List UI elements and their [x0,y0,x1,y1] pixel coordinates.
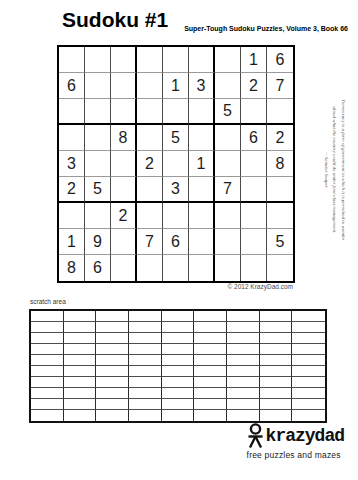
scratch-cell [31,366,64,377]
scratch-cell [31,377,64,388]
scratch-cell [96,410,129,421]
sudoku-cell-r4c2 [85,125,111,151]
sudoku-cell-r1c8: 1 [241,47,267,73]
scratch-cell [194,410,227,421]
scratch-cell [260,399,293,410]
scratch-cell [260,344,293,355]
scratch-cell [227,355,260,366]
sudoku-cell-r7c6 [189,203,215,229]
sudoku-cell-r7c1 [59,203,85,229]
scratch-cell [96,322,129,333]
sudoku-cell-r7c3: 2 [111,203,137,229]
scratch-cell [292,377,325,388]
logo-row: krazydad [247,423,344,449]
sudoku-cell-r6c1: 2 [59,177,85,203]
sudoku-cell-r4c5: 5 [163,125,189,151]
scratch-cell [194,333,227,344]
sudoku-cell-r5c3 [111,151,137,177]
scratch-cell [227,410,260,421]
sudoku-cell-r3c5 [163,99,189,125]
sudoku-cell-r8c2: 9 [85,229,111,255]
sudoku-cell-r6c2: 5 [85,177,111,203]
scratch-cell [162,355,195,366]
sudoku-cell-r5c6: 1 [189,151,215,177]
sudoku-cell-r5c1: 3 [59,151,85,177]
sudoku-cell-r5c4: 2 [137,151,163,177]
sudoku-cell-r1c7 [215,47,241,73]
scratch-cell [64,377,97,388]
scratch-cell [292,322,325,333]
sudoku-cell-r4c3: 8 [111,125,137,151]
sudoku-board: 1661327585623218253721976586 [57,45,295,283]
scratch-cell [129,322,162,333]
scratch-cell [227,344,260,355]
scratch-cell [194,399,227,410]
scratch-cell [64,366,97,377]
sudoku-cell-r1c1 [59,47,85,73]
scratch-cell [162,410,195,421]
scratch-cell [64,399,97,410]
krazydad-logo: krazydad free puzzles and mazes [247,423,344,460]
scratch-cell [64,410,97,421]
sudoku-cell-r5c8 [241,151,267,177]
scratch-cell [129,333,162,344]
sudoku-cell-r8c3 [111,229,137,255]
scratch-cell [260,333,293,344]
scratch-cell [260,366,293,377]
sudoku-cell-r4c8: 6 [241,125,267,151]
sudoku-cell-r2c6: 3 [189,73,215,99]
sudoku-cell-r4c4 [137,125,163,151]
sudoku-cell-r2c7 [215,73,241,99]
scratch-cell [96,344,129,355]
sudoku-cell-r9c6 [189,255,215,281]
sudoku-cell-r1c2 [85,47,111,73]
page-title: Sudoku #1 [62,8,168,32]
sudoku-cell-r9c9 [267,255,293,281]
sudoku-cell-r9c3 [111,255,137,281]
page-subtitle: Super-Tough Sudoku Puzzles, Volume 3, Bo… [184,25,348,32]
sudoku-cell-r7c5 [163,203,189,229]
scratch-cell [227,311,260,322]
scratch-cell [260,377,293,388]
copyright-text: © 2012 KrazyDad.com [57,283,293,290]
scratch-cell [292,311,325,322]
sudoku-cell-r6c5: 3 [163,177,189,203]
scratch-cell [129,410,162,421]
sudoku-cell-r8c9: 5 [267,229,293,255]
sudoku-cell-r9c1: 8 [59,255,85,281]
sudoku-cell-r3c3 [111,99,137,125]
scratch-cell [227,322,260,333]
krazydad-figure-icon [247,423,264,449]
scratch-cell [96,333,129,344]
scratch-cell [96,355,129,366]
sudoku-cell-r8c7 [215,229,241,255]
sudoku-cell-r9c5 [163,255,189,281]
sudoku-cell-r4c7 [215,125,241,151]
scratch-cell [64,333,97,344]
sudoku-cell-r7c7 [215,203,241,229]
scratch-cell [162,366,195,377]
scratch-cell [194,366,227,377]
sudoku-cell-r9c7 [215,255,241,281]
scratch-grid [29,309,327,423]
scratch-cell [194,377,227,388]
scratch-cell [96,388,129,399]
scratch-cell [227,388,260,399]
scratch-cell [194,311,227,322]
scratch-cell [31,344,64,355]
scratch-cell [129,366,162,377]
scratch-cell [129,388,162,399]
scratch-cell [292,399,325,410]
scratch-cell [260,355,293,366]
scratch-cell [227,377,260,388]
scratch-cell [162,388,195,399]
quote-attribution: -- Senator Soaper [321,100,330,241]
scratch-cell [96,377,129,388]
scratch-cell [31,388,64,399]
scratch-cell [260,322,293,333]
sudoku-cell-r2c5: 1 [163,73,189,99]
sudoku-cell-r8c4: 7 [137,229,163,255]
scratch-cell [227,366,260,377]
logo-tagline: free puzzles and mazes [247,450,344,460]
scratch-cell [64,311,97,322]
scratch-cell [31,410,64,421]
sudoku-cell-r2c4 [137,73,163,99]
scratch-cell [64,355,97,366]
sudoku-cell-r8c5: 6 [163,229,189,255]
sudoku-cell-r6c7: 7 [215,177,241,203]
sudoku-cell-r5c2 [85,151,111,177]
scratch-cell [292,355,325,366]
sudoku-cell-r3c9 [267,99,293,125]
scratch-cell [31,355,64,366]
sudoku-cell-r9c4 [137,255,163,281]
scratch-cell [292,366,325,377]
sudoku-cell-r4c6 [189,125,215,151]
quote-line-1: Democracy is a form of government in whi… [338,100,347,241]
sudoku-cell-r6c3 [111,177,137,203]
sudoku-cell-r2c8: 2 [241,73,267,99]
scratch-cell [129,344,162,355]
sudoku-cell-r3c1 [59,99,85,125]
sudoku-cell-r6c6 [189,177,215,203]
scratch-cell [129,377,162,388]
scratch-cell [162,344,195,355]
sudoku-cell-r7c2 [85,203,111,229]
sudoku-cell-r1c5 [163,47,189,73]
scratch-cell [292,410,325,421]
scratch-cell [162,311,195,322]
sudoku-cell-r5c7 [215,151,241,177]
logo-wordmark: krazydad [266,427,344,445]
scratch-cell [96,311,129,322]
scratch-cell [162,322,195,333]
sudoku-cell-r1c9: 6 [267,47,293,73]
margin-quote: Democracy is a form of government in whi… [321,100,347,241]
scratch-cell [260,311,293,322]
scratch-cell [162,333,195,344]
sudoku-cell-r3c6 [189,99,215,125]
sudoku-cell-r2c9: 7 [267,73,293,99]
sudoku-cell-r3c8 [241,99,267,125]
scratch-cell [31,333,64,344]
scratch-cell [162,377,195,388]
sudoku-cell-r6c8 [241,177,267,203]
sudoku-cell-r8c1: 1 [59,229,85,255]
quote-line-2: aloud what the country could do under fi… [330,100,339,241]
scratch-cell [64,344,97,355]
scratch-cell [260,388,293,399]
sudoku-cell-r8c8 [241,229,267,255]
sudoku-cell-r7c4 [137,203,163,229]
scratch-cell [194,388,227,399]
sudoku-cell-r3c4 [137,99,163,125]
scratch-cell [194,355,227,366]
sudoku-cell-r2c1: 6 [59,73,85,99]
scratch-cell [194,322,227,333]
scratch-cell [292,344,325,355]
scratch-cell [227,333,260,344]
sudoku-cell-r9c2: 6 [85,255,111,281]
puzzle-page: Sudoku #1 Super-Tough Sudoku Puzzles, Vo… [0,0,358,480]
sudoku-cell-r3c7: 5 [215,99,241,125]
scratch-cell [31,311,64,322]
scratch-cell [292,333,325,344]
scratch-cell [31,322,64,333]
scratch-cell [64,388,97,399]
sudoku-cell-r2c2 [85,73,111,99]
scratch-cell [227,399,260,410]
sudoku-cell-r1c3 [111,47,137,73]
scratch-cell [96,366,129,377]
sudoku-cell-r1c6 [189,47,215,73]
scratch-cell [64,322,97,333]
sudoku-cell-r7c9 [267,203,293,229]
sudoku-cell-r3c2 [85,99,111,125]
scratch-area-label: scratch area [30,298,66,305]
sudoku-cell-r4c1 [59,125,85,151]
scratch-cell [194,344,227,355]
sudoku-cell-r6c9 [267,177,293,203]
scratch-cell [31,399,64,410]
scratch-cell [292,388,325,399]
scratch-cell [129,399,162,410]
scratch-cell [260,410,293,421]
sudoku-cell-r9c8 [241,255,267,281]
sudoku-cell-r5c9: 8 [267,151,293,177]
scratch-cell [96,399,129,410]
sudoku-cell-r2c3 [111,73,137,99]
sudoku-cell-r6c4 [137,177,163,203]
scratch-cell [162,399,195,410]
sudoku-cell-r8c6 [189,229,215,255]
sudoku-cell-r1c4 [137,47,163,73]
scratch-cell [129,311,162,322]
sudoku-cell-r5c5 [163,151,189,177]
sudoku-cell-r7c8 [241,203,267,229]
scratch-cell [129,355,162,366]
sudoku-cell-r4c9: 2 [267,125,293,151]
